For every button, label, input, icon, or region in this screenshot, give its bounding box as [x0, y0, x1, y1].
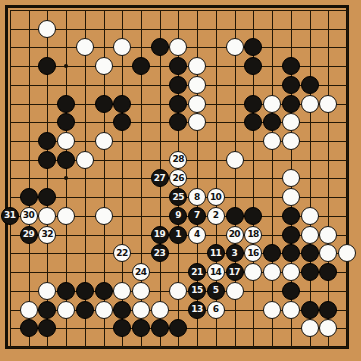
move-number: 3 — [231, 249, 237, 258]
move-number: 26 — [172, 174, 183, 183]
black-stone[interactable] — [301, 244, 319, 262]
black-stone[interactable] — [169, 95, 187, 113]
black-stone[interactable]: 1 — [169, 226, 187, 244]
white-stone[interactable] — [95, 57, 113, 75]
black-stone[interactable] — [226, 207, 244, 225]
move-number: 29 — [23, 230, 34, 239]
white-stone[interactable] — [263, 95, 281, 113]
white-stone[interactable] — [57, 207, 75, 225]
black-stone[interactable] — [301, 76, 319, 94]
white-stone[interactable] — [132, 282, 150, 300]
black-stone[interactable] — [282, 207, 300, 225]
white-stone[interactable] — [151, 301, 169, 319]
move-number: 5 — [213, 286, 219, 295]
white-stone[interactable] — [57, 301, 75, 319]
white-stone[interactable]: 4 — [188, 226, 206, 244]
white-stone[interactable] — [20, 301, 38, 319]
move-number: 8 — [194, 193, 200, 202]
move-number: 17 — [229, 268, 240, 277]
move-number: 23 — [154, 249, 165, 258]
white-stone[interactable]: 18 — [244, 226, 262, 244]
white-stone[interactable] — [338, 244, 356, 262]
black-stone[interactable] — [95, 95, 113, 113]
white-stone[interactable] — [132, 301, 150, 319]
white-stone[interactable]: 30 — [20, 207, 38, 225]
white-stone[interactable] — [226, 38, 244, 56]
white-stone[interactable]: 32 — [38, 226, 56, 244]
move-number: 11 — [210, 249, 221, 258]
move-number: 15 — [191, 286, 202, 295]
move-number: 20 — [229, 230, 240, 239]
black-stone[interactable] — [57, 151, 75, 169]
move-number: 2 — [213, 211, 219, 220]
white-stone[interactable] — [226, 151, 244, 169]
white-stone[interactable] — [188, 76, 206, 94]
black-stone[interactable]: 7 — [188, 207, 206, 225]
white-stone[interactable] — [113, 282, 131, 300]
white-stone[interactable] — [301, 207, 319, 225]
move-number: 9 — [175, 211, 181, 220]
white-stone[interactable] — [263, 301, 281, 319]
move-number: 30 — [23, 211, 34, 220]
black-stone[interactable] — [57, 95, 75, 113]
black-stone[interactable] — [301, 301, 319, 319]
move-number: 21 — [191, 268, 202, 277]
black-stone[interactable]: 31 — [1, 207, 19, 225]
move-number: 16 — [247, 249, 258, 258]
black-stone[interactable] — [151, 319, 169, 337]
white-stone[interactable] — [301, 226, 319, 244]
white-stone[interactable]: 10 — [207, 188, 225, 206]
white-stone[interactable]: 14 — [207, 263, 225, 281]
white-stone[interactable]: 24 — [132, 263, 150, 281]
move-number: 24 — [135, 268, 146, 277]
move-number: 6 — [213, 305, 219, 314]
black-stone[interactable]: 13 — [188, 301, 206, 319]
move-number: 31 — [4, 211, 15, 220]
go-diagram: 2827262581031309722932191420182223113162… — [0, 0, 361, 361]
black-stone[interactable] — [113, 95, 131, 113]
move-number: 10 — [210, 193, 221, 202]
move-number: 22 — [116, 249, 127, 258]
black-stone[interactable] — [282, 95, 300, 113]
black-stone[interactable] — [282, 282, 300, 300]
black-stone[interactable]: 17 — [226, 263, 244, 281]
move-number: 32 — [41, 230, 52, 239]
move-number: 7 — [194, 211, 200, 220]
black-stone[interactable] — [282, 76, 300, 94]
black-stone[interactable] — [301, 263, 319, 281]
white-stone[interactable] — [188, 95, 206, 113]
black-stone[interactable]: 29 — [20, 226, 38, 244]
black-stone[interactable]: 5 — [207, 282, 225, 300]
move-number: 27 — [154, 174, 165, 183]
white-stone[interactable] — [319, 226, 337, 244]
move-number: 4 — [194, 230, 200, 239]
black-stone[interactable] — [95, 282, 113, 300]
white-stone[interactable]: 20 — [226, 226, 244, 244]
move-number: 25 — [172, 193, 183, 202]
white-stone[interactable] — [226, 282, 244, 300]
black-stone[interactable] — [20, 319, 38, 337]
move-number: 18 — [247, 230, 258, 239]
white-stone[interactable] — [95, 301, 113, 319]
white-stone[interactable] — [263, 132, 281, 150]
white-stone[interactable] — [301, 95, 319, 113]
white-stone[interactable] — [282, 301, 300, 319]
black-stone[interactable] — [38, 301, 56, 319]
black-stone[interactable] — [76, 301, 94, 319]
white-stone[interactable]: 2 — [207, 207, 225, 225]
black-stone[interactable] — [20, 188, 38, 206]
white-stone[interactable] — [282, 263, 300, 281]
black-stone[interactable] — [319, 301, 337, 319]
black-stone[interactable]: 19 — [151, 226, 169, 244]
white-stone[interactable]: 6 — [207, 301, 225, 319]
white-stone[interactable] — [301, 319, 319, 337]
white-stone[interactable] — [282, 188, 300, 206]
black-stone[interactable] — [57, 282, 75, 300]
move-number: 14 — [210, 268, 221, 277]
white-stone[interactable] — [319, 95, 337, 113]
black-stone[interactable] — [76, 282, 94, 300]
white-stone[interactable] — [95, 132, 113, 150]
black-stone[interactable] — [282, 57, 300, 75]
white-stone[interactable] — [76, 151, 94, 169]
black-stone[interactable] — [113, 301, 131, 319]
white-stone[interactable] — [282, 113, 300, 131]
move-number: 28 — [172, 155, 183, 164]
white-stone[interactable] — [95, 207, 113, 225]
black-stone[interactable] — [244, 95, 262, 113]
black-stone[interactable]: 23 — [151, 244, 169, 262]
move-number: 1 — [175, 230, 181, 239]
white-stone[interactable] — [282, 132, 300, 150]
move-number: 19 — [154, 230, 165, 239]
black-stone[interactable]: 15 — [188, 282, 206, 300]
move-number: 13 — [191, 305, 202, 314]
black-stone[interactable]: 3 — [226, 244, 244, 262]
black-stone[interactable] — [282, 226, 300, 244]
go-board[interactable]: 2827262581031309722932191420182223113162… — [0, 0, 361, 361]
